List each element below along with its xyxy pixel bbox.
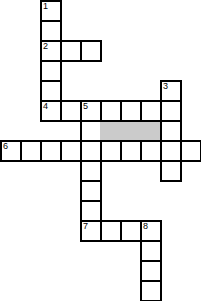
crossword-cell-4-8[interactable] [80,160,102,182]
crossword-cell-7-12[interactable] [140,240,162,262]
crossword-board: 1 2 3 4 5 6 7 8 [0,0,201,301]
clue-number-8: 8 [143,222,148,231]
clue-number-2: 2 [43,42,48,51]
crossword-cell-2-1[interactable] [40,20,62,42]
crossword-cell-8-8[interactable] [160,160,182,182]
crossword-cell-4-7[interactable] [80,140,102,162]
crossword-cell-2-7[interactable] [40,140,62,162]
crossword-cell-2-4[interactable] [40,80,62,102]
clue-number-6: 6 [3,142,8,151]
crossword-cell-6-11[interactable] [120,220,142,242]
crossword-cell-3-7[interactable] [60,140,82,162]
crossword-cell-2-3[interactable] [40,60,62,82]
crossword-cell-3-2[interactable] [60,40,82,62]
crossword-cell-7-13[interactable] [140,260,162,282]
crossword-cell-3-5[interactable] [60,100,82,122]
crossword-cell-7-14[interactable] [140,280,162,301]
crossword-cell-8-7[interactable] [160,140,182,162]
clue-number-7: 7 [83,222,88,231]
crossword-cell-1-7[interactable] [20,140,42,162]
shaded-word-block [100,122,160,140]
crossword-cell-6-5[interactable] [120,100,142,122]
crossword-cell-9-7[interactable] [180,140,201,162]
crossword-cell-7-5[interactable] [140,100,162,122]
clue-number-5: 5 [83,102,88,111]
crossword-cell-8-5[interactable] [160,100,182,122]
crossword-page: 1 2 3 4 5 6 7 8 [0,0,201,301]
crossword-cell-5-7[interactable] [100,140,122,162]
crossword-cell-4-9[interactable] [80,180,102,202]
crossword-cell-4-6[interactable] [80,120,102,142]
clue-number-3: 3 [163,82,168,91]
clue-number-1: 1 [43,2,48,11]
crossword-cell-5-11[interactable] [100,220,122,242]
crossword-cell-4-10[interactable] [80,200,102,222]
crossword-cell-4-2[interactable] [80,40,102,62]
crossword-cell-8-6[interactable] [160,120,182,142]
crossword-cell-7-7[interactable] [140,140,162,162]
clue-number-4: 4 [43,102,48,111]
crossword-cell-5-5[interactable] [100,100,122,122]
crossword-cell-6-7[interactable] [120,140,142,162]
